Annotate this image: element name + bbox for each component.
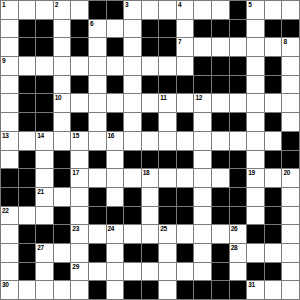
- cell-r15-c4-white[interactable]: [71, 281, 88, 299]
- cell-r8-c11-white[interactable]: [194, 151, 211, 169]
- cell-r12-c15-black: [265, 225, 282, 243]
- cell-r13-c13-white[interactable]: 28: [230, 244, 247, 262]
- cell-r9-c4-white[interactable]: 17: [71, 169, 88, 187]
- cell-r13-c6-white[interactable]: [107, 244, 124, 262]
- cell-r12-c0-white[interactable]: [1, 225, 18, 243]
- clue-number-28: 28: [231, 244, 238, 251]
- cell-r3-c5-white[interactable]: [89, 57, 106, 75]
- cell-r4-c4-black: [71, 76, 88, 94]
- cell-r13-c11-white[interactable]: [194, 244, 211, 262]
- cell-r15-c1-white[interactable]: [19, 281, 36, 299]
- cell-r15-c7-black: [124, 281, 141, 299]
- cell-r14-c16-white[interactable]: [282, 263, 299, 281]
- cell-r4-c1-black: [19, 76, 36, 94]
- cell-r9-c16-white[interactable]: 20: [282, 169, 299, 187]
- cell-r5-c9-white[interactable]: 11: [159, 94, 176, 112]
- cell-r7-c5-white[interactable]: [89, 132, 106, 150]
- cell-r12-c12-white[interactable]: [212, 225, 229, 243]
- cell-r8-c5-black: [89, 151, 106, 169]
- cell-r8-c4-white[interactable]: [71, 151, 88, 169]
- cell-r3-c8-white[interactable]: [142, 57, 159, 75]
- cell-r7-c2-white[interactable]: 14: [36, 132, 53, 150]
- cell-r14-c3-black: [54, 263, 71, 281]
- cell-r0-c6-black: [107, 1, 124, 19]
- clue-number-6: 6: [90, 20, 93, 27]
- cell-r9-c11-white[interactable]: [194, 169, 211, 187]
- cell-r3-c4-white[interactable]: [71, 57, 88, 75]
- clue-number-15: 15: [72, 132, 79, 139]
- cell-r5-c3-white[interactable]: 10: [54, 94, 71, 112]
- cell-r2-c1-black: [19, 38, 36, 56]
- cell-r9-c15-white[interactable]: [265, 169, 282, 187]
- cell-r10-c0-black: [1, 188, 18, 206]
- cell-r12-c6-white[interactable]: 24: [107, 225, 124, 243]
- clue-number-23: 23: [72, 225, 79, 232]
- clue-number-3: 3: [125, 1, 128, 8]
- cell-r9-c7-white[interactable]: [124, 169, 141, 187]
- cell-r15-c3-white[interactable]: [54, 281, 71, 299]
- clue-number-25: 25: [160, 225, 167, 232]
- cell-r4-c11-black: [194, 76, 211, 94]
- cell-r1-c5-white[interactable]: 6: [89, 20, 106, 38]
- cell-r13-c10-black: [177, 244, 194, 262]
- cell-r13-c3-white[interactable]: [54, 244, 71, 262]
- cell-r13-c5-black: [89, 244, 106, 262]
- cell-r10-c9-black: [159, 188, 176, 206]
- cell-r0-c10-white[interactable]: 4: [177, 1, 194, 19]
- cell-r14-c13-white[interactable]: [230, 263, 247, 281]
- cell-r13-c2-white[interactable]: 27: [36, 244, 53, 262]
- cell-r10-c6-white[interactable]: [107, 188, 124, 206]
- cell-r13-c16-white[interactable]: [282, 244, 299, 262]
- clue-number-14: 14: [37, 132, 44, 139]
- cell-r4-c10-black: [177, 76, 194, 94]
- cell-r6-c11-white[interactable]: [194, 113, 211, 131]
- cell-r4-c16-white[interactable]: [282, 76, 299, 94]
- cell-r14-c2-white[interactable]: [36, 263, 53, 281]
- cell-r1-c12-black: [212, 20, 229, 38]
- cell-r2-c2-black: [36, 38, 53, 56]
- cell-r10-c12-black: [212, 188, 229, 206]
- cell-r5-c13-white[interactable]: [230, 94, 247, 112]
- cell-r0-c7-white[interactable]: 3: [124, 1, 141, 19]
- cell-r3-c6-white[interactable]: [107, 57, 124, 75]
- cell-r4-c12-black: [212, 76, 229, 94]
- cell-r14-c10-white[interactable]: [177, 263, 194, 281]
- cell-r0-c2-white[interactable]: [36, 1, 53, 19]
- cell-r12-c16-white[interactable]: [282, 225, 299, 243]
- cell-r14-c5-white[interactable]: [89, 263, 106, 281]
- cell-r14-c4-white[interactable]: 29: [71, 263, 88, 281]
- cell-r2-c7-white[interactable]: [124, 38, 141, 56]
- cell-r1-c2-black: [36, 20, 53, 38]
- cell-r8-c6-white[interactable]: [107, 151, 124, 169]
- cell-r11-c4-white[interactable]: [71, 207, 88, 225]
- cell-r0-c3-white[interactable]: 2: [54, 1, 71, 19]
- cell-r4-c14-white[interactable]: [247, 76, 264, 94]
- cell-r8-c12-black: [212, 151, 229, 169]
- cell-r3-c15-black: [265, 57, 282, 75]
- cell-r1-c7-white[interactable]: [124, 20, 141, 38]
- cell-r6-c9-white[interactable]: [159, 113, 176, 131]
- cell-r6-c8-black: [142, 113, 159, 131]
- cell-r10-c1-black: [19, 188, 36, 206]
- cell-r9-c3-black: [54, 169, 71, 187]
- cell-r3-c10-white[interactable]: [177, 57, 194, 75]
- cell-r11-c11-white[interactable]: [194, 207, 211, 225]
- cell-r1-c4-black: [71, 20, 88, 38]
- clue-number-27: 27: [37, 244, 44, 251]
- cell-r0-c11-white[interactable]: [194, 1, 211, 19]
- cell-r11-c13-black: [230, 207, 247, 225]
- cell-r14-c0-white[interactable]: [1, 263, 18, 281]
- cell-r5-c11-white[interactable]: 12: [194, 94, 211, 112]
- cell-r0-c12-white[interactable]: [212, 1, 229, 19]
- cell-r1-c16-black: [282, 20, 299, 38]
- cell-r3-c11-black: [194, 57, 211, 75]
- cell-r4-c8-black: [142, 76, 159, 94]
- cell-r8-c10-black: [177, 151, 194, 169]
- cell-r2-c5-white[interactable]: [89, 38, 106, 56]
- cell-r10-c11-white[interactable]: [194, 188, 211, 206]
- cell-r2-c8-black: [142, 38, 159, 56]
- cell-r15-c8-black: [142, 281, 159, 299]
- cell-r4-c13-black: [230, 76, 247, 94]
- cell-r3-c7-white[interactable]: [124, 57, 141, 75]
- cell-r2-c10-white[interactable]: 7: [177, 38, 194, 56]
- cell-r9-c1-black: [19, 169, 36, 187]
- cell-r15-c15-white[interactable]: [265, 281, 282, 299]
- cell-r2-c15-white[interactable]: [265, 38, 282, 56]
- cell-r11-c1-white[interactable]: [19, 207, 36, 225]
- cell-r9-c0-black: [1, 169, 18, 187]
- clue-number-7: 7: [178, 38, 181, 45]
- cell-r5-c2-black: [36, 94, 53, 112]
- cell-r11-c12-black: [212, 207, 229, 225]
- cell-r7-c16-black: [282, 132, 299, 150]
- cell-r15-c13-black: [230, 281, 247, 299]
- cell-r6-c5-white[interactable]: [89, 113, 106, 131]
- cell-r12-c5-white[interactable]: [89, 225, 106, 243]
- cell-r13-c12-black: [212, 244, 229, 262]
- cell-r13-c9-white[interactable]: [159, 244, 176, 262]
- cell-r10-c7-black: [124, 188, 141, 206]
- cell-r9-c12-white[interactable]: [212, 169, 229, 187]
- cell-r9-c10-white[interactable]: [177, 169, 194, 187]
- cell-r9-c6-white[interactable]: [107, 169, 124, 187]
- cell-r2-c6-black: [107, 38, 124, 56]
- cell-r11-c2-white[interactable]: [36, 207, 53, 225]
- cell-r14-c8-white[interactable]: [142, 263, 159, 281]
- clue-number-11: 11: [160, 94, 166, 101]
- clue-number-29: 29: [72, 263, 79, 270]
- cell-r1-c0-white[interactable]: [1, 20, 18, 38]
- cell-r9-c14-white[interactable]: 19: [247, 169, 264, 187]
- cell-r14-c7-white[interactable]: [124, 263, 141, 281]
- cell-r1-c1-black: [19, 20, 36, 38]
- cell-r7-c15-white[interactable]: [265, 132, 282, 150]
- cell-r13-c8-black: [142, 244, 159, 262]
- cell-r11-c10-black: [177, 207, 194, 225]
- cell-r9-c2-white[interactable]: [36, 169, 53, 187]
- cell-r7-c12-white[interactable]: [212, 132, 229, 150]
- clue-number-20: 20: [283, 169, 290, 176]
- cell-r12-c3-black: [54, 225, 71, 243]
- cell-r15-c0-white[interactable]: 30: [1, 281, 18, 299]
- cell-r14-c6-white[interactable]: [107, 263, 124, 281]
- cell-r15-c6-white[interactable]: [107, 281, 124, 299]
- cell-r0-c16-white[interactable]: [282, 1, 299, 19]
- cell-r12-c11-white[interactable]: [194, 225, 211, 243]
- cell-r7-c1-white[interactable]: [19, 132, 36, 150]
- clue-number-22: 22: [2, 207, 9, 214]
- clue-number-21: 21: [37, 188, 44, 195]
- cell-r12-c10-white[interactable]: [177, 225, 194, 243]
- cell-r6-c15-black: [265, 113, 282, 131]
- cell-r2-c0-white[interactable]: [1, 38, 18, 56]
- cell-r10-c15-black: [265, 188, 282, 206]
- cell-r6-c4-black: [71, 113, 88, 131]
- clue-number-31: 31: [248, 281, 255, 288]
- cell-r9-c8-white[interactable]: 18: [142, 169, 159, 187]
- cell-r4-c3-white[interactable]: [54, 76, 71, 94]
- cell-r12-c2-black: [36, 225, 53, 243]
- cell-r7-c6-white[interactable]: 16: [107, 132, 124, 150]
- cell-r14-c11-white[interactable]: [194, 263, 211, 281]
- cell-r13-c14-white[interactable]: [247, 244, 264, 262]
- cell-r0-c15-white[interactable]: [265, 1, 282, 19]
- cell-r1-c15-black: [265, 20, 282, 38]
- cell-r12-c9-white[interactable]: 25: [159, 225, 176, 243]
- cell-r10-c4-white[interactable]: [71, 188, 88, 206]
- cell-r5-c14-white[interactable]: [247, 94, 264, 112]
- cell-r4-c6-black: [107, 76, 124, 94]
- cell-r8-c2-white[interactable]: [36, 151, 53, 169]
- cell-r1-c6-white[interactable]: [107, 20, 124, 38]
- cell-r15-c16-white[interactable]: [282, 281, 299, 299]
- cell-r7-c9-white[interactable]: [159, 132, 176, 150]
- cell-r5-c16-white[interactable]: [282, 94, 299, 112]
- cell-r13-c0-white[interactable]: [1, 244, 18, 262]
- cell-r7-c10-white[interactable]: [177, 132, 194, 150]
- cell-r8-c8-black: [142, 151, 159, 169]
- cell-r4-c5-white[interactable]: [89, 76, 106, 94]
- cell-r1-c13-black: [230, 20, 247, 38]
- cell-r13-c1-black: [19, 244, 36, 262]
- cell-r7-c14-white[interactable]: [247, 132, 264, 150]
- cell-r12-c1-black: [19, 225, 36, 243]
- cell-r2-c14-white[interactable]: [247, 38, 264, 56]
- cell-r6-c3-white[interactable]: [54, 113, 71, 131]
- clue-number-18: 18: [143, 169, 150, 176]
- crossword-board: 1234567891011121314151617181920212223242…: [0, 0, 300, 300]
- cell-r12-c13-white[interactable]: 26: [230, 225, 247, 243]
- cell-r5-c4-white[interactable]: [71, 94, 88, 112]
- cell-r6-c0-white[interactable]: [1, 113, 18, 131]
- cell-r6-c16-white[interactable]: [282, 113, 299, 131]
- cell-r6-c6-black: [107, 113, 124, 131]
- cell-r3-c14-white[interactable]: [247, 57, 264, 75]
- cell-r10-c10-black: [177, 188, 194, 206]
- cell-r8-c0-white[interactable]: [1, 151, 18, 169]
- cell-r5-c1-black: [19, 94, 36, 112]
- cell-r15-c2-white[interactable]: [36, 281, 53, 299]
- cell-r14-c9-white[interactable]: [159, 263, 176, 281]
- cell-r3-c16-white[interactable]: [282, 57, 299, 75]
- cell-r6-c14-white[interactable]: [247, 113, 264, 131]
- cell-r7-c3-white[interactable]: [54, 132, 71, 150]
- cell-r5-c12-white[interactable]: [212, 94, 229, 112]
- cell-r4-c9-black: [159, 76, 176, 94]
- cell-r14-c1-black: [19, 263, 36, 281]
- cell-r4-c15-black: [265, 76, 282, 94]
- cell-r7-c11-white[interactable]: [194, 132, 211, 150]
- cell-r7-c4-white[interactable]: 15: [71, 132, 88, 150]
- cell-r5-c6-white[interactable]: [107, 94, 124, 112]
- cell-r10-c16-white[interactable]: [282, 188, 299, 206]
- cell-r3-c9-white[interactable]: [159, 57, 176, 75]
- cell-r5-c0-white[interactable]: [1, 94, 18, 112]
- cell-r1-c8-black: [142, 20, 159, 38]
- cell-r11-c8-white[interactable]: [142, 207, 159, 225]
- cell-r1-c10-white[interactable]: [177, 20, 194, 38]
- cell-r8-c15-black: [265, 151, 282, 169]
- cell-r5-c10-white[interactable]: [177, 94, 194, 112]
- cell-r15-c5-black: [89, 281, 106, 299]
- cell-r10-c2-white[interactable]: 21: [36, 188, 53, 206]
- cell-r0-c0-white[interactable]: 1: [1, 1, 18, 19]
- cell-r11-c7-black: [124, 207, 141, 225]
- clue-number-2: 2: [55, 1, 58, 8]
- clue-number-10: 10: [55, 94, 62, 101]
- cell-r3-c3-white[interactable]: [54, 57, 71, 75]
- cell-r11-c9-black: [159, 207, 176, 225]
- cell-r13-c15-white[interactable]: [265, 244, 282, 262]
- cell-r15-c12-black: [212, 281, 229, 299]
- cell-r11-c5-black: [89, 207, 106, 225]
- cell-r0-c13-black: [230, 1, 247, 19]
- cell-r8-c3-black: [54, 151, 71, 169]
- cell-r8-c13-black: [230, 151, 247, 169]
- cell-r9-c5-white[interactable]: [89, 169, 106, 187]
- cell-r12-c14-black: [247, 225, 264, 243]
- cell-r14-c14-black: [247, 263, 264, 281]
- cell-r8-c14-white[interactable]: [247, 151, 264, 169]
- cell-r3-c13-black: [230, 57, 247, 75]
- cell-r3-c2-white[interactable]: [36, 57, 53, 75]
- cell-r11-c14-white[interactable]: [247, 207, 264, 225]
- cell-r0-c4-white[interactable]: [71, 1, 88, 19]
- cell-r5-c15-white[interactable]: [265, 94, 282, 112]
- cell-r14-c12-black: [212, 263, 229, 281]
- cell-r2-c9-black: [159, 38, 176, 56]
- clue-number-4: 4: [178, 1, 181, 8]
- cell-r11-c15-black: [265, 207, 282, 225]
- cell-r6-c1-black: [19, 113, 36, 131]
- cell-r0-c1-white[interactable]: [19, 1, 36, 19]
- cell-r2-c3-white[interactable]: [54, 38, 71, 56]
- cell-r10-c14-white[interactable]: [247, 188, 264, 206]
- clue-number-17: 17: [72, 169, 79, 176]
- clue-number-30: 30: [2, 281, 9, 288]
- clue-number-16: 16: [108, 132, 115, 139]
- clue-number-19: 19: [248, 169, 255, 176]
- cell-r3-c1-white[interactable]: [19, 57, 36, 75]
- cell-r5-c8-white[interactable]: [142, 94, 159, 112]
- cell-r9-c13-black: [230, 169, 247, 187]
- cell-r4-c0-white[interactable]: [1, 76, 18, 94]
- cell-r0-c14-white[interactable]: 5: [247, 1, 264, 19]
- cell-r7-c8-white[interactable]: [142, 132, 159, 150]
- cell-r11-c16-white[interactable]: [282, 207, 299, 225]
- cell-r12-c7-white[interactable]: [124, 225, 141, 243]
- cell-r1-c3-white[interactable]: [54, 20, 71, 38]
- clue-number-12: 12: [195, 94, 202, 101]
- cell-r4-c2-black: [36, 76, 53, 94]
- cell-r4-c7-white[interactable]: [124, 76, 141, 94]
- clue-number-5: 5: [248, 1, 251, 8]
- cell-r2-c16-white[interactable]: 8: [282, 38, 299, 56]
- cell-r1-c14-white[interactable]: [247, 20, 264, 38]
- cell-r10-c3-white[interactable]: [54, 188, 71, 206]
- cell-r2-c4-black: [71, 38, 88, 56]
- cell-r2-c12-white[interactable]: [212, 38, 229, 56]
- cell-r11-c3-black: [54, 207, 71, 225]
- cell-r5-c7-white[interactable]: [124, 94, 141, 112]
- cell-r7-c7-white[interactable]: [124, 132, 141, 150]
- cell-r6-c7-white[interactable]: [124, 113, 141, 131]
- cell-r6-c13-black: [230, 113, 247, 131]
- cell-r1-c11-black: [194, 20, 211, 38]
- cell-r15-c14-white[interactable]: 31: [247, 281, 264, 299]
- cell-r3-c0-white[interactable]: 9: [1, 57, 18, 75]
- clue-number-9: 9: [2, 57, 5, 64]
- cell-r11-c0-white[interactable]: 22: [1, 207, 18, 225]
- cell-r0-c8-white[interactable]: [142, 1, 159, 19]
- cell-r12-c4-white[interactable]: 23: [71, 225, 88, 243]
- cell-r12-c8-white[interactable]: [142, 225, 159, 243]
- clue-number-24: 24: [108, 225, 115, 232]
- cell-r13-c4-white[interactable]: [71, 244, 88, 262]
- cell-r3-c12-black: [212, 57, 229, 75]
- cell-r1-c9-black: [159, 20, 176, 38]
- clue-number-8: 8: [283, 38, 286, 45]
- cell-r2-c11-white[interactable]: [194, 38, 211, 56]
- cell-r10-c5-black: [89, 188, 106, 206]
- cell-r9-c9-white[interactable]: [159, 169, 176, 187]
- cell-r6-c2-black: [36, 113, 53, 131]
- cell-r14-c15-black: [265, 263, 282, 281]
- cell-r8-c16-black: [282, 151, 299, 169]
- cell-r15-c10-black: [177, 281, 194, 299]
- cell-r6-c12-black: [212, 113, 229, 131]
- cell-r10-c8-white[interactable]: [142, 188, 159, 206]
- cell-r13-c7-black: [124, 244, 141, 262]
- cell-r5-c5-white[interactable]: [89, 94, 106, 112]
- cell-r0-c9-white[interactable]: [159, 1, 176, 19]
- cell-r11-c6-black: [107, 207, 124, 225]
- cell-r8-c7-black: [124, 151, 141, 169]
- cell-r7-c13-white[interactable]: [230, 132, 247, 150]
- clue-number-26: 26: [231, 225, 238, 232]
- cell-r8-c9-black: [159, 151, 176, 169]
- cell-r15-c9-white[interactable]: [159, 281, 176, 299]
- cell-r0-c5-black: [89, 1, 106, 19]
- cell-r6-c10-black: [177, 113, 194, 131]
- clue-number-1: 1: [2, 1, 5, 8]
- cell-r7-c0-white[interactable]: 13: [1, 132, 18, 150]
- cell-r2-c13-white[interactable]: [230, 38, 247, 56]
